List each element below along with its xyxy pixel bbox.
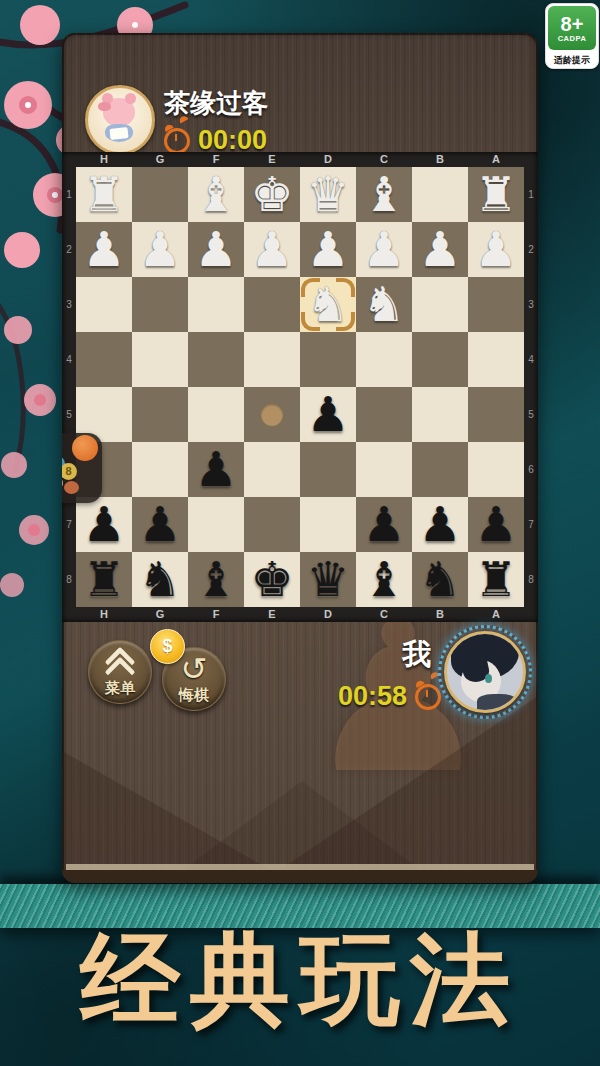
piece-black-knight: ♞ bbox=[412, 552, 468, 607]
square-a3[interactable] bbox=[468, 277, 524, 332]
floating-side-widget[interactable]: 8 bbox=[62, 433, 102, 503]
square-d5[interactable]: ♟ bbox=[300, 387, 356, 442]
piece-white-pawn: ♟ bbox=[468, 222, 524, 277]
rank-label-3: 3 bbox=[62, 277, 76, 332]
square-e4[interactable] bbox=[244, 332, 300, 387]
square-h2[interactable]: ♟ bbox=[76, 222, 132, 277]
rank-labels-right: 12345678 bbox=[524, 167, 538, 607]
piece-black-pawn: ♟ bbox=[188, 442, 244, 497]
rank-label-3: 3 bbox=[524, 277, 538, 332]
age-rating-org: CADPA bbox=[558, 34, 587, 43]
file-label-h: H bbox=[76, 607, 132, 622]
square-b1[interactable] bbox=[412, 167, 468, 222]
square-h1[interactable]: ♜ bbox=[76, 167, 132, 222]
piece-black-pawn: ♟ bbox=[356, 497, 412, 552]
square-b7[interactable]: ♟ bbox=[412, 497, 468, 552]
pig-snout bbox=[98, 102, 111, 111]
square-e2[interactable]: ♟ bbox=[244, 222, 300, 277]
piece-white-rook: ♜ bbox=[468, 167, 524, 222]
last-move-corner-marker bbox=[336, 278, 355, 297]
square-d8[interactable]: ♛ bbox=[300, 552, 356, 607]
last-move-corner-marker bbox=[301, 278, 320, 297]
square-g6[interactable] bbox=[132, 442, 188, 497]
square-f4[interactable] bbox=[188, 332, 244, 387]
file-label-c: C bbox=[356, 152, 412, 167]
square-f5[interactable] bbox=[188, 387, 244, 442]
rank-label-2: 2 bbox=[524, 222, 538, 277]
square-g8[interactable]: ♞ bbox=[132, 552, 188, 607]
file-label-a: A bbox=[468, 607, 524, 622]
rank-label-1: 1 bbox=[62, 167, 76, 222]
coin-cost-badge: $ bbox=[150, 629, 185, 664]
square-c1[interactable]: ♝ bbox=[356, 167, 412, 222]
square-d3[interactable]: ♞ bbox=[300, 277, 356, 332]
rank-label-8: 8 bbox=[524, 552, 538, 607]
square-e1[interactable]: ♚ bbox=[244, 167, 300, 222]
piece-white-bishop: ♝ bbox=[356, 167, 412, 222]
rust-petal-icon bbox=[64, 481, 79, 494]
piece-black-bishop: ♝ bbox=[356, 552, 412, 607]
piece-black-pawn: ♟ bbox=[468, 497, 524, 552]
piece-black-knight: ♞ bbox=[132, 552, 188, 607]
square-h3[interactable] bbox=[76, 277, 132, 332]
banner-title: 经典玩法 bbox=[0, 914, 600, 1049]
square-e3[interactable] bbox=[244, 277, 300, 332]
piece-black-rook: ♜ bbox=[76, 552, 132, 607]
last-move-corner-marker bbox=[336, 312, 355, 331]
piece-black-pawn: ♟ bbox=[132, 497, 188, 552]
rank-label-6: 6 bbox=[524, 442, 538, 497]
piece-black-pawn: ♟ bbox=[76, 497, 132, 552]
piece-black-pawn: ♟ bbox=[412, 497, 468, 552]
square-b5[interactable] bbox=[412, 387, 468, 442]
square-c3[interactable]: ♞ bbox=[356, 277, 412, 332]
age-rating-number: 8+ bbox=[561, 14, 584, 34]
rank-label-5: 5 bbox=[524, 387, 538, 442]
file-label-f: F bbox=[188, 607, 244, 622]
square-e6[interactable] bbox=[244, 442, 300, 497]
piece-white-knight: ♞ bbox=[356, 277, 412, 332]
panel-footer bbox=[62, 870, 538, 883]
square-a5[interactable] bbox=[468, 387, 524, 442]
file-label-h: H bbox=[76, 152, 132, 167]
piece-white-pawn: ♟ bbox=[300, 222, 356, 277]
square-e5[interactable] bbox=[244, 387, 300, 442]
rank-label-8: 8 bbox=[62, 552, 76, 607]
square-e8[interactable]: ♚ bbox=[244, 552, 300, 607]
game-screenshot-panel: ♟ 茶缘过客 00:00 HGFEDCBA 12345678 ♜♝♚♛♝♜♟♟♟… bbox=[62, 33, 538, 883]
piece-white-pawn: ♟ bbox=[188, 222, 244, 277]
square-c2[interactable]: ♟ bbox=[356, 222, 412, 277]
rank-labels-left: 12345678 bbox=[62, 167, 76, 607]
square-h7[interactable]: ♟ bbox=[76, 497, 132, 552]
square-f2[interactable]: ♟ bbox=[188, 222, 244, 277]
piece-black-rook: ♜ bbox=[468, 552, 524, 607]
square-a1[interactable]: ♜ bbox=[468, 167, 524, 222]
file-label-e: E bbox=[244, 607, 300, 622]
piece-black-pawn: ♟ bbox=[300, 387, 356, 442]
square-b8[interactable]: ♞ bbox=[412, 552, 468, 607]
tan-petal-icon bbox=[62, 477, 63, 489]
piece-white-pawn: ♟ bbox=[412, 222, 468, 277]
opponent-avatar[interactable] bbox=[85, 85, 155, 155]
square-g3[interactable] bbox=[132, 277, 188, 332]
square-h8[interactable]: ♜ bbox=[76, 552, 132, 607]
file-label-d: D bbox=[300, 607, 356, 622]
square-f1[interactable]: ♝ bbox=[188, 167, 244, 222]
piece-white-king: ♚ bbox=[244, 167, 300, 222]
age-rating-green-panel: 8+ CADPA bbox=[548, 6, 596, 50]
file-label-b: B bbox=[412, 152, 468, 167]
my-timer-value: 00:58 bbox=[338, 681, 407, 712]
last-move-corner-marker bbox=[301, 312, 320, 331]
square-d6[interactable] bbox=[300, 442, 356, 497]
square-g2[interactable]: ♟ bbox=[132, 222, 188, 277]
menu-button-label: 菜单 bbox=[89, 679, 151, 698]
file-label-c: C bbox=[356, 607, 412, 622]
square-d1[interactable]: ♛ bbox=[300, 167, 356, 222]
my-timer: 00:58 bbox=[338, 681, 441, 712]
square-f7[interactable] bbox=[188, 497, 244, 552]
square-h4[interactable] bbox=[76, 332, 132, 387]
rank-label-2: 2 bbox=[62, 222, 76, 277]
piece-white-pawn: ♟ bbox=[132, 222, 188, 277]
square-d2[interactable]: ♟ bbox=[300, 222, 356, 277]
square-b3[interactable] bbox=[412, 277, 468, 332]
menu-button[interactable]: 菜单 bbox=[88, 640, 152, 704]
square-f6[interactable]: ♟ bbox=[188, 442, 244, 497]
my-name: 我 bbox=[402, 635, 431, 675]
piece-white-queen: ♛ bbox=[300, 167, 356, 222]
age-rating-badge: 8+ CADPA 适龄提示 bbox=[545, 3, 599, 69]
piece-white-bishop: ♝ bbox=[188, 167, 244, 222]
square-g1[interactable] bbox=[132, 167, 188, 222]
file-label-e: E bbox=[244, 152, 300, 167]
alarm-clock-icon bbox=[164, 128, 190, 154]
orange-dot-icon bbox=[72, 435, 98, 461]
square-g4[interactable] bbox=[132, 332, 188, 387]
yellow-coin-icon: 8 bbox=[62, 463, 77, 480]
square-a8[interactable]: ♜ bbox=[468, 552, 524, 607]
my-avatar[interactable] bbox=[444, 631, 526, 713]
piece-black-queen: ♛ bbox=[300, 552, 356, 607]
age-rating-caption: 适龄提示 bbox=[546, 54, 598, 67]
square-a2[interactable]: ♟ bbox=[468, 222, 524, 277]
last-move-origin-dot bbox=[261, 404, 283, 426]
undo-button-label: 悔棋 bbox=[163, 686, 225, 705]
rank-label-4: 4 bbox=[524, 332, 538, 387]
opponent-name: 茶缘过客 bbox=[164, 86, 268, 121]
rank-label-1: 1 bbox=[524, 167, 538, 222]
square-c7[interactable]: ♟ bbox=[356, 497, 412, 552]
square-e7[interactable] bbox=[244, 497, 300, 552]
square-g7[interactable]: ♟ bbox=[132, 497, 188, 552]
rank-label-7: 7 bbox=[524, 497, 538, 552]
piece-white-pawn: ♟ bbox=[356, 222, 412, 277]
square-b6[interactable] bbox=[412, 442, 468, 497]
piece-white-rook: ♜ bbox=[76, 167, 132, 222]
chess-board: HGFEDCBA 12345678 ♜♝♚♛♝♜♟♟♟♟♟♟♟♟♞♞♟♟♟♟♟♟… bbox=[62, 152, 538, 622]
piece-black-bishop: ♝ bbox=[188, 552, 244, 607]
square-b4[interactable] bbox=[412, 332, 468, 387]
square-c6[interactable] bbox=[356, 442, 412, 497]
screenshot-root: 经典玩法 8+ CADPA 适龄提示 ♟ 茶缘过客 00:00 HGFEDCBA bbox=[0, 0, 600, 1066]
file-label-b: B bbox=[412, 607, 468, 622]
anime-eye bbox=[485, 674, 492, 683]
rank-label-7: 7 bbox=[62, 497, 76, 552]
file-label-g: G bbox=[132, 607, 188, 622]
board-squares: ♜♝♚♛♝♜♟♟♟♟♟♟♟♟♞♞♟♟♟♟♟♟♟♜♞♝♚♛♝♞♜ bbox=[76, 167, 524, 607]
square-a4[interactable] bbox=[468, 332, 524, 387]
square-f3[interactable] bbox=[188, 277, 244, 332]
file-label-a: A bbox=[468, 152, 524, 167]
square-a6[interactable] bbox=[468, 442, 524, 497]
rank-label-4: 4 bbox=[62, 332, 76, 387]
piece-black-king: ♚ bbox=[244, 552, 300, 607]
alarm-clock-icon bbox=[415, 684, 441, 710]
square-d7[interactable] bbox=[300, 497, 356, 552]
piece-white-pawn: ♟ bbox=[244, 222, 300, 277]
file-labels-bottom: HGFEDCBA bbox=[62, 607, 538, 622]
file-label-d: D bbox=[300, 152, 356, 167]
square-c5[interactable] bbox=[356, 387, 412, 442]
pig-paper bbox=[109, 127, 128, 140]
square-c4[interactable] bbox=[356, 332, 412, 387]
square-f8[interactable]: ♝ bbox=[188, 552, 244, 607]
square-g5[interactable] bbox=[132, 387, 188, 442]
square-b2[interactable]: ♟ bbox=[412, 222, 468, 277]
piece-white-pawn: ♟ bbox=[76, 222, 132, 277]
file-label-f: F bbox=[188, 152, 244, 167]
square-c8[interactable]: ♝ bbox=[356, 552, 412, 607]
file-label-g: G bbox=[132, 152, 188, 167]
square-d4[interactable] bbox=[300, 332, 356, 387]
file-labels-top: HGFEDCBA bbox=[62, 152, 538, 167]
square-a7[interactable]: ♟ bbox=[468, 497, 524, 552]
